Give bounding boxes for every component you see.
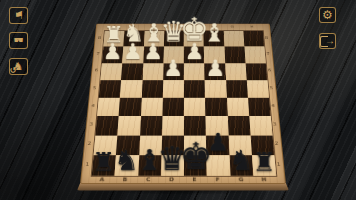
- square-c1[interactable]: ♝: [138, 155, 162, 176]
- square-c3[interactable]: [140, 116, 163, 135]
- square-g7[interactable]: [224, 47, 245, 63]
- square-g2[interactable]: [228, 135, 252, 155]
- square-b5[interactable]: [120, 80, 142, 98]
- gear-icon: ⚙: [322, 9, 333, 21]
- square-g3[interactable]: [227, 116, 250, 135]
- square-g4[interactable]: [226, 98, 249, 116]
- square-c4[interactable]: [141, 98, 163, 116]
- square-e8[interactable]: ♚: [184, 31, 204, 47]
- square-a1[interactable]: ♜: [92, 155, 116, 176]
- square-e4[interactable]: [184, 98, 206, 116]
- square-h8[interactable]: [243, 31, 264, 47]
- square-e7[interactable]: ♟: [184, 47, 205, 63]
- settings-button[interactable]: ⚙: [319, 7, 336, 23]
- square-c7[interactable]: ♟: [143, 47, 164, 63]
- square-a4[interactable]: [97, 98, 120, 116]
- square-f6[interactable]: ♟: [204, 63, 225, 80]
- square-c8[interactable]: ♝: [144, 31, 164, 47]
- square-h2[interactable]: [250, 135, 274, 155]
- exit-icon: →: [320, 36, 335, 47]
- square-b2[interactable]: [116, 135, 139, 155]
- square-c6[interactable]: [142, 63, 163, 80]
- square-c5[interactable]: [141, 80, 163, 98]
- square-b1[interactable]: ♞: [115, 155, 139, 176]
- square-g1[interactable]: ♞: [229, 155, 253, 176]
- draw-handshake-button[interactable]: ☛☚: [9, 32, 28, 49]
- square-f8[interactable]: ♝: [204, 31, 224, 47]
- replay-button[interactable]: ♞↺: [9, 58, 28, 75]
- piece-white-rook[interactable]: ♜: [103, 24, 123, 46]
- knight-arrow-icon: ♞↺: [14, 61, 24, 72]
- square-d2[interactable]: [161, 135, 184, 155]
- square-g6[interactable]: [225, 63, 247, 80]
- square-h1[interactable]: ♜: [252, 155, 277, 176]
- square-f1[interactable]: [207, 155, 231, 176]
- square-e5[interactable]: [184, 80, 205, 98]
- square-d3[interactable]: [162, 116, 184, 135]
- square-a2[interactable]: [94, 135, 118, 155]
- flag-icon: ⚑: [14, 10, 24, 21]
- square-d1[interactable]: ♛: [161, 155, 184, 176]
- piece-white-bishop[interactable]: ♝: [203, 21, 225, 46]
- square-h7[interactable]: [244, 47, 266, 63]
- piece-white-knight[interactable]: ♞: [123, 22, 145, 46]
- square-f7[interactable]: [204, 47, 225, 63]
- square-e2[interactable]: [184, 135, 207, 155]
- square-a7[interactable]: ♟: [102, 47, 124, 63]
- handshake-icon: ☛☚: [13, 36, 23, 45]
- square-a6[interactable]: [100, 63, 122, 80]
- square-a3[interactable]: [95, 116, 118, 135]
- square-f4[interactable]: [205, 98, 227, 116]
- square-b3[interactable]: [118, 116, 141, 135]
- square-f2[interactable]: ♟: [206, 135, 229, 155]
- square-c2[interactable]: [139, 135, 162, 155]
- square-b4[interactable]: [119, 98, 142, 116]
- square-g5[interactable]: [226, 80, 248, 98]
- square-e1[interactable]: ♚: [184, 155, 207, 176]
- piece-white-bishop[interactable]: ♝: [142, 21, 164, 46]
- chess-board[interactable]: ♜♞♝♛♚♝♟♟♟♟♟♟♟♜♞♝♛♚♞♜: [91, 30, 278, 176]
- board-side-edge: [77, 183, 289, 191]
- square-h4[interactable]: [248, 98, 271, 116]
- square-d5[interactable]: [163, 80, 184, 98]
- chess-app-screen: ⚑ ☛☚ ♞↺ ⚙ → ABCDEFGH ABCDEFGH 12345678 1…: [0, 0, 356, 200]
- square-h6[interactable]: [245, 63, 267, 80]
- square-b7[interactable]: ♟: [122, 47, 143, 63]
- square-h5[interactable]: [247, 80, 270, 98]
- square-e6[interactable]: [184, 63, 205, 80]
- flag-button[interactable]: ⚑: [9, 7, 28, 24]
- square-d4[interactable]: [162, 98, 184, 116]
- board-frame: ABCDEFGH ABCDEFGH 12345678 12345678 ♜♞♝♛…: [80, 24, 286, 184]
- piece-white-queen[interactable]: ♛: [161, 17, 187, 46]
- square-h3[interactable]: [249, 116, 272, 135]
- square-a5[interactable]: [99, 80, 121, 98]
- square-g8[interactable]: [223, 31, 244, 47]
- board-scene: ABCDEFGH ABCDEFGH 12345678 12345678 ♜♞♝♛…: [80, 0, 286, 184]
- square-b8[interactable]: ♞: [124, 31, 145, 47]
- square-d7[interactable]: [163, 47, 183, 63]
- square-f5[interactable]: [205, 80, 227, 98]
- square-b6[interactable]: [121, 63, 143, 80]
- square-d6[interactable]: ♟: [163, 63, 184, 80]
- square-f3[interactable]: [206, 116, 229, 135]
- square-d8[interactable]: ♛: [164, 31, 184, 47]
- square-a8[interactable]: ♜: [103, 31, 124, 47]
- square-e3[interactable]: [184, 116, 206, 135]
- exit-button[interactable]: →: [319, 33, 336, 49]
